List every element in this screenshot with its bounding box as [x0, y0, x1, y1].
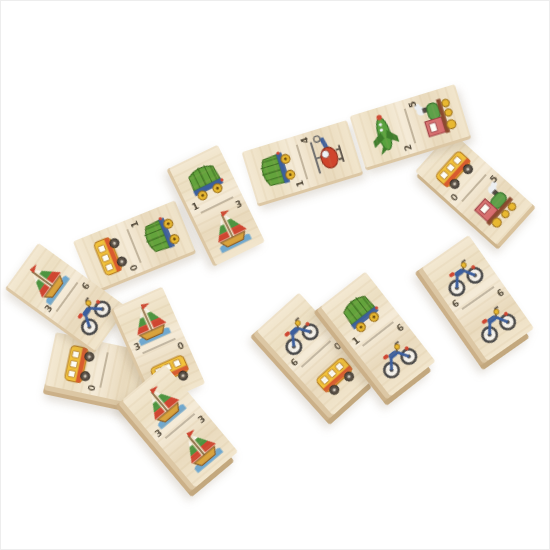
photo-stage: 0 01 13: [0, 0, 550, 550]
domino-tile-1-4[interactable]: 14: [242, 120, 363, 204]
covered-truck-icon: [131, 207, 188, 264]
domino-tile-0-1[interactable]: 01: [73, 200, 195, 291]
pip-number: 0: [85, 381, 99, 395]
domino-tile-6-6[interactable]: 66: [422, 235, 534, 361]
domino-tile-0-5[interactable]: 05: [415, 131, 533, 245]
